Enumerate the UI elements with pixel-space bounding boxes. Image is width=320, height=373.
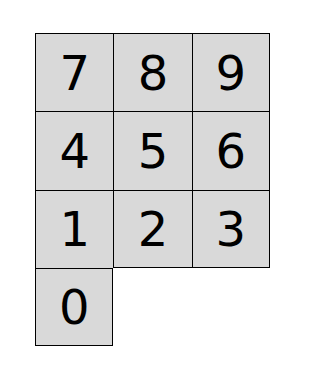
key-5[interactable]: 5 xyxy=(113,111,191,189)
key-0[interactable]: 0 xyxy=(35,268,113,346)
key-1[interactable]: 1 xyxy=(35,190,113,268)
empty-cell xyxy=(113,268,191,346)
key-2[interactable]: 2 xyxy=(113,190,191,268)
key-4[interactable]: 4 xyxy=(35,111,113,189)
key-7[interactable]: 7 xyxy=(35,33,113,111)
key-6[interactable]: 6 xyxy=(192,111,270,189)
key-9[interactable]: 9 xyxy=(192,33,270,111)
keypad-board: 7894561230 xyxy=(35,33,270,346)
key-3[interactable]: 3 xyxy=(192,190,270,268)
empty-cell xyxy=(192,268,270,346)
key-8[interactable]: 8 xyxy=(113,33,191,111)
